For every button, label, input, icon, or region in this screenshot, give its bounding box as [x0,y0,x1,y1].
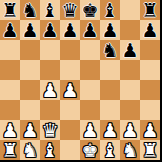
square-a8[interactable]: ♜ [0,0,20,20]
piece-black-bishop[interactable]: ♝ [40,0,60,20]
piece-white-knight[interactable]: ♞ [20,140,40,160]
piece-black-pawn[interactable]: ♟ [120,40,140,60]
piece-black-rook[interactable]: ♜ [140,0,160,20]
piece-white-rook[interactable]: ♜ [0,140,20,160]
piece-black-queen[interactable]: ♛ [60,0,80,20]
piece-black-pawn[interactable]: ♟ [140,20,160,40]
piece-white-pawn[interactable]: ♟ [140,120,160,140]
square-f1[interactable]: ♝ [100,140,120,160]
square-b1[interactable]: ♞ [20,140,40,160]
square-a4[interactable] [0,80,20,100]
chess-board: ♜♞♝♛♚♝♜♟♟♟♟♟♟♟♞♟♟♟♟♟♛♟♟♟♟♜♞♝♚♝♞♜ [0,0,162,162]
square-a1[interactable]: ♜ [0,140,20,160]
piece-white-king[interactable]: ♚ [80,140,100,160]
square-a6[interactable] [0,40,20,60]
piece-white-pawn[interactable]: ♟ [120,120,140,140]
square-b7[interactable]: ♟ [20,20,40,40]
piece-white-pawn[interactable]: ♟ [20,120,40,140]
square-e6[interactable] [80,40,100,60]
square-c5[interactable] [40,60,60,80]
square-g1[interactable]: ♞ [120,140,140,160]
square-f4[interactable] [100,80,120,100]
square-h4[interactable] [140,80,160,100]
square-b3[interactable] [20,100,40,120]
square-f7[interactable]: ♟ [100,20,120,40]
square-g4[interactable] [120,80,140,100]
square-h6[interactable] [140,40,160,60]
square-e5[interactable] [80,60,100,80]
square-f6[interactable]: ♞ [100,40,120,60]
square-g8[interactable] [120,0,140,20]
piece-white-bishop[interactable]: ♝ [40,140,60,160]
square-d8[interactable]: ♛ [60,0,80,20]
square-e4[interactable] [80,80,100,100]
square-h2[interactable]: ♟ [140,120,160,140]
piece-black-knight[interactable]: ♞ [20,0,40,20]
square-g7[interactable] [120,20,140,40]
square-g3[interactable] [120,100,140,120]
square-d3[interactable] [60,100,80,120]
square-d4[interactable]: ♟ [60,80,80,100]
piece-black-rook[interactable]: ♜ [0,0,20,20]
square-h1[interactable]: ♜ [140,140,160,160]
piece-white-pawn[interactable]: ♟ [40,80,60,100]
square-d2[interactable] [60,120,80,140]
piece-white-pawn[interactable]: ♟ [0,120,20,140]
square-d6[interactable] [60,40,80,60]
square-d1[interactable] [60,140,80,160]
square-d5[interactable] [60,60,80,80]
square-h5[interactable] [140,60,160,80]
square-c1[interactable]: ♝ [40,140,60,160]
square-f5[interactable] [100,60,120,80]
piece-black-bishop[interactable]: ♝ [100,0,120,20]
piece-black-pawn[interactable]: ♟ [100,20,120,40]
square-f3[interactable] [100,100,120,120]
square-g6[interactable]: ♟ [120,40,140,60]
square-h3[interactable] [140,100,160,120]
square-c8[interactable]: ♝ [40,0,60,20]
square-h8[interactable]: ♜ [140,0,160,20]
piece-white-pawn[interactable]: ♟ [100,120,120,140]
square-h7[interactable]: ♟ [140,20,160,40]
square-e2[interactable]: ♟ [80,120,100,140]
square-e7[interactable]: ♟ [80,20,100,40]
square-g5[interactable] [120,60,140,80]
piece-white-pawn[interactable]: ♟ [80,120,100,140]
square-a3[interactable] [0,100,20,120]
piece-black-pawn[interactable]: ♟ [40,20,60,40]
square-e1[interactable]: ♚ [80,140,100,160]
square-b2[interactable]: ♟ [20,120,40,140]
piece-white-queen[interactable]: ♛ [40,120,60,140]
square-b4[interactable] [20,80,40,100]
square-g2[interactable]: ♟ [120,120,140,140]
piece-black-pawn[interactable]: ♟ [80,20,100,40]
piece-white-bishop[interactable]: ♝ [100,140,120,160]
piece-black-pawn[interactable]: ♟ [0,20,20,40]
square-f2[interactable]: ♟ [100,120,120,140]
square-c6[interactable] [40,40,60,60]
square-c3[interactable] [40,100,60,120]
square-a2[interactable]: ♟ [0,120,20,140]
piece-black-knight[interactable]: ♞ [100,40,120,60]
piece-white-rook[interactable]: ♜ [140,140,160,160]
square-b8[interactable]: ♞ [20,0,40,20]
piece-black-pawn[interactable]: ♟ [20,20,40,40]
square-c7[interactable]: ♟ [40,20,60,40]
square-c2[interactable]: ♛ [40,120,60,140]
piece-white-knight[interactable]: ♞ [120,140,140,160]
square-d7[interactable]: ♟ [60,20,80,40]
piece-black-king[interactable]: ♚ [80,0,100,20]
square-b6[interactable] [20,40,40,60]
piece-black-pawn[interactable]: ♟ [60,20,80,40]
square-b5[interactable] [20,60,40,80]
square-f8[interactable]: ♝ [100,0,120,20]
square-c4[interactable]: ♟ [40,80,60,100]
square-a5[interactable] [0,60,20,80]
piece-white-pawn[interactable]: ♟ [60,80,80,100]
square-e8[interactable]: ♚ [80,0,100,20]
square-e3[interactable] [80,100,100,120]
square-a7[interactable]: ♟ [0,20,20,40]
